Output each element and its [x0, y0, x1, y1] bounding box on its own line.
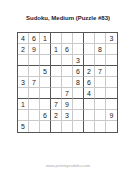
cell-r1c8-empty[interactable] — [95, 33, 106, 44]
cell-r5c3-empty[interactable] — [40, 77, 51, 88]
cell-r9c2-empty[interactable] — [29, 121, 40, 132]
cell-r9c1-given[interactable]: 5 — [18, 121, 29, 132]
cell-r4c4-empty[interactable] — [51, 66, 62, 77]
cell-r6c2-empty[interactable] — [29, 88, 40, 99]
cell-r5c1-given[interactable]: 3 — [18, 77, 29, 88]
cell-r9c8-empty[interactable] — [95, 121, 106, 132]
cell-r5c7-given[interactable]: 6 — [84, 77, 95, 88]
cell-r9c4-empty[interactable] — [51, 121, 62, 132]
page-title: Sudoku, Medium (Puzzle #83) — [0, 15, 136, 21]
cell-r2c7-empty[interactable] — [84, 44, 95, 55]
cell-r3c9-empty[interactable] — [106, 55, 117, 66]
cell-r7c1-given[interactable]: 1 — [18, 99, 29, 110]
cell-r5c6-given[interactable]: 8 — [73, 77, 84, 88]
cell-r1c5-empty[interactable] — [62, 33, 73, 44]
cell-r4c3-given[interactable]: 5 — [40, 66, 51, 77]
cell-r2c2-given[interactable]: 9 — [29, 44, 40, 55]
cell-r9c6-empty[interactable] — [73, 121, 84, 132]
footer-url: www.printmysudoku.com — [0, 163, 136, 168]
cell-r7c7-empty[interactable] — [84, 99, 95, 110]
cell-r8c3-given[interactable]: 6 — [40, 110, 51, 121]
cell-r9c7-empty[interactable] — [84, 121, 95, 132]
cell-r1c6-empty[interactable] — [73, 33, 84, 44]
cell-r1c1-given[interactable]: 4 — [18, 33, 29, 44]
cell-r2c5-given[interactable]: 6 — [62, 44, 73, 55]
cell-r7c3-empty[interactable] — [40, 99, 51, 110]
cell-r1c3-given[interactable]: 1 — [40, 33, 51, 44]
cell-r3c1-empty[interactable] — [18, 55, 29, 66]
cell-r6c8-empty[interactable] — [95, 88, 106, 99]
cell-r6c9-empty[interactable] — [106, 88, 117, 99]
cell-r3c6-given[interactable]: 3 — [73, 55, 84, 66]
cell-r7c5-given[interactable]: 9 — [62, 99, 73, 110]
cell-r2c1-given[interactable]: 2 — [18, 44, 29, 55]
cell-r6c4-empty[interactable] — [51, 88, 62, 99]
cell-r8c9-given[interactable]: 9 — [106, 110, 117, 121]
cell-r5c8-empty[interactable] — [95, 77, 106, 88]
cell-r6c7-given[interactable]: 4 — [84, 88, 95, 99]
cell-r9c5-empty[interactable] — [62, 121, 73, 132]
cell-r4c6-given[interactable]: 6 — [73, 66, 84, 77]
cell-r8c6-empty[interactable] — [73, 110, 84, 121]
cell-r3c2-empty[interactable] — [29, 55, 40, 66]
cell-r8c8-empty[interactable] — [95, 110, 106, 121]
cell-r3c8-empty[interactable] — [95, 55, 106, 66]
cell-r5c5-empty[interactable] — [62, 77, 73, 88]
cell-r4c2-empty[interactable] — [29, 66, 40, 77]
cell-r2c3-empty[interactable] — [40, 44, 51, 55]
cell-r2c9-empty[interactable] — [106, 44, 117, 55]
cell-r3c5-empty[interactable] — [62, 55, 73, 66]
cell-r5c9-empty[interactable] — [106, 77, 117, 88]
cell-r8c1-empty[interactable] — [18, 110, 29, 121]
cell-r4c7-given[interactable]: 2 — [84, 66, 95, 77]
cell-r6c3-empty[interactable] — [40, 88, 51, 99]
cell-r3c4-empty[interactable] — [51, 55, 62, 66]
cell-r4c8-given[interactable]: 7 — [95, 66, 106, 77]
cell-r7c6-empty[interactable] — [73, 99, 84, 110]
cell-r6c1-empty[interactable] — [18, 88, 29, 99]
cell-r1c4-empty[interactable] — [51, 33, 62, 44]
cell-r7c2-empty[interactable] — [29, 99, 40, 110]
cell-r7c8-empty[interactable] — [95, 99, 106, 110]
cell-r3c3-empty[interactable] — [40, 55, 51, 66]
cell-r9c9-empty[interactable] — [106, 121, 117, 132]
cell-r2c4-given[interactable]: 1 — [51, 44, 62, 55]
cell-r2c8-given[interactable]: 8 — [95, 44, 106, 55]
cell-r1c9-given[interactable]: 3 — [106, 33, 117, 44]
cell-r6c5-given[interactable]: 7 — [62, 88, 73, 99]
cell-r2c6-empty[interactable] — [73, 44, 84, 55]
cell-r4c5-empty[interactable] — [62, 66, 73, 77]
cell-r1c7-empty[interactable] — [84, 33, 95, 44]
cell-r5c4-empty[interactable] — [51, 77, 62, 88]
cell-r6c6-empty[interactable] — [73, 88, 84, 99]
cell-r8c2-empty[interactable] — [29, 110, 40, 121]
cell-r8c7-empty[interactable] — [84, 110, 95, 121]
cell-r1c2-given[interactable]: 6 — [29, 33, 40, 44]
cell-r8c5-given[interactable]: 3 — [62, 110, 73, 121]
cell-r7c9-empty[interactable] — [106, 99, 117, 110]
cell-r8c4-given[interactable]: 2 — [51, 110, 62, 121]
cell-r7c4-given[interactable]: 7 — [51, 99, 62, 110]
cell-r9c3-empty[interactable] — [40, 121, 51, 132]
cell-r5c2-given[interactable]: 7 — [29, 77, 40, 88]
sudoku-grid: 4613291683562737867417962395 — [17, 32, 118, 133]
cell-r4c1-empty[interactable] — [18, 66, 29, 77]
cell-r4c9-empty[interactable] — [106, 66, 117, 77]
cell-r3c7-empty[interactable] — [84, 55, 95, 66]
